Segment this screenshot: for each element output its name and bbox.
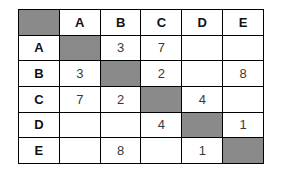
row-header-E: E	[19, 138, 59, 163]
cell-E-C	[141, 138, 181, 163]
cell-E-D: 1	[182, 138, 222, 163]
cell-B-D	[182, 61, 222, 86]
cell-B-B	[101, 61, 141, 86]
row-header-A: A	[19, 36, 59, 61]
col-header-B: B	[101, 10, 141, 35]
distance-matrix-grid: A B C D E A 3 7 B 3 2 8 C 7 2 4 D 4 1 E …	[18, 9, 264, 164]
col-header-E: E	[223, 10, 263, 35]
cell-D-B	[101, 113, 141, 138]
cell-B-C: 2	[141, 61, 181, 86]
cell-A-C: 7	[141, 36, 181, 61]
cell-D-A	[60, 113, 100, 138]
cell-B-A: 3	[60, 61, 100, 86]
cell-C-E	[223, 87, 263, 112]
cell-B-E: 8	[223, 61, 263, 86]
cell-A-E	[223, 36, 263, 61]
cell-D-C: 4	[141, 113, 181, 138]
cell-D-E: 1	[223, 113, 263, 138]
cell-E-B: 8	[101, 138, 141, 163]
cell-C-B: 2	[101, 87, 141, 112]
cell-E-A	[60, 138, 100, 163]
row-header-D: D	[19, 113, 59, 138]
row-header-B: B	[19, 61, 59, 86]
cell-A-B: 3	[101, 36, 141, 61]
cell-D-D	[182, 113, 222, 138]
cell-C-C	[141, 87, 181, 112]
cell-E-E	[223, 138, 263, 163]
col-header-D: D	[182, 10, 222, 35]
col-header-A: A	[60, 10, 100, 35]
cell-A-A	[60, 36, 100, 61]
cell-C-D: 4	[182, 87, 222, 112]
cell-A-D	[182, 36, 222, 61]
row-header-C: C	[19, 87, 59, 112]
cell-C-A: 7	[60, 87, 100, 112]
col-header-C: C	[141, 10, 181, 35]
corner-cell	[19, 10, 59, 35]
